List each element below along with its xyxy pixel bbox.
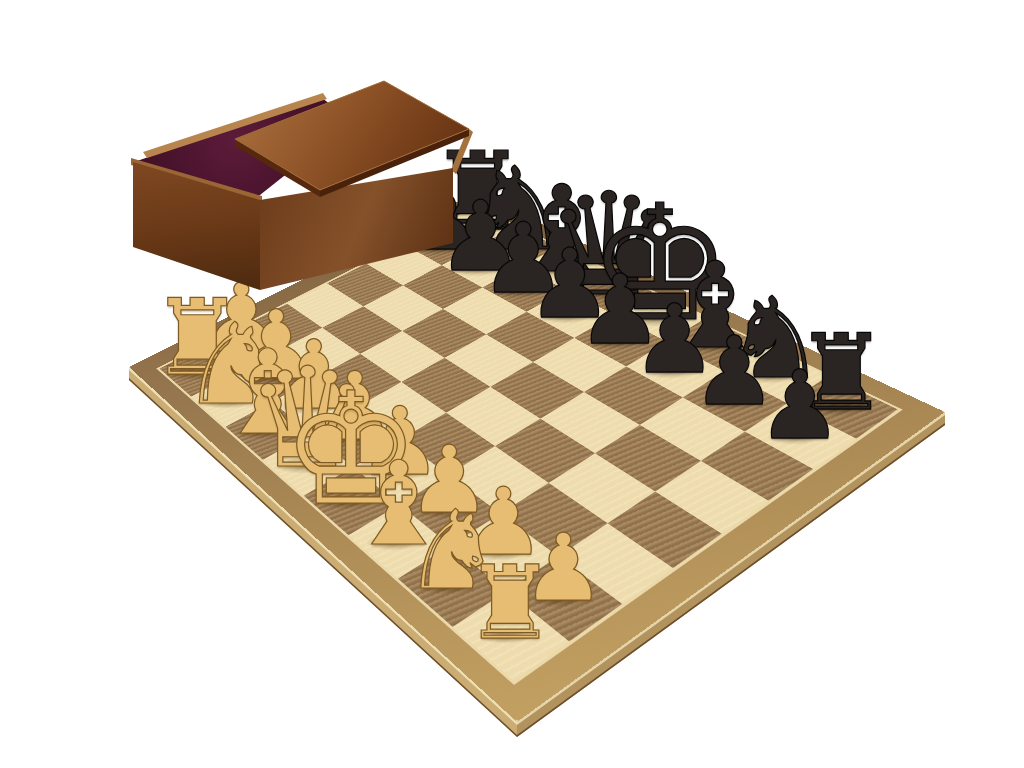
piece-white-king-e1: ♚ xyxy=(273,372,428,527)
piece-black-bishop-f8: ♝ xyxy=(656,247,775,366)
piece-shadow xyxy=(477,628,533,645)
piece-shadow xyxy=(366,465,423,482)
piece-white-pawn-a2: ♟ xyxy=(194,271,289,366)
piece-white-queen-d1: ♛ xyxy=(238,350,376,488)
product-photo-scene: ♜♞♟♝♟♛♟♚♟♝♟♞♟♟♜♟♟♜♟♟♞♟♝♟♛♟♚♟♝♟♞♜ xyxy=(0,0,1024,768)
piece-shadow xyxy=(321,430,379,447)
piece-black-rook-h8: ♜ xyxy=(789,321,894,426)
piece-black-pawn-b7: ♟ xyxy=(432,188,529,285)
piece-shadow xyxy=(766,429,824,446)
piece-black-pawn-a7: ♟ xyxy=(393,167,490,264)
pieces-layer: ♜♞♟♝♟♛♟♚♟♝♟♞♟♟♜♟♟♜♟♟♞♟♝♟♛♟♚♟♝♟♞♜ xyxy=(0,0,1024,768)
piece-shadow xyxy=(274,457,331,474)
piece-white-pawn-h2: ♟ xyxy=(517,522,610,615)
piece-shadow xyxy=(700,394,758,411)
piece-black-pawn-f7: ♟ xyxy=(627,292,722,387)
piece-black-knight-g8: ♞ xyxy=(720,282,832,394)
piece-shadow xyxy=(443,219,503,237)
piece-white-pawn-e2: ♟ xyxy=(353,395,447,489)
piece-shadow xyxy=(574,284,633,301)
piece-white-rook-a1: ♜ xyxy=(145,286,250,391)
piece-black-queen-d8: ♛ xyxy=(538,174,680,316)
piece-shadow xyxy=(641,362,699,379)
piece-shadow xyxy=(483,239,542,256)
piece-shadow xyxy=(280,398,338,415)
piece-black-bishop-c8: ♝ xyxy=(502,170,622,290)
piece-shadow xyxy=(625,310,684,327)
piece-black-knight-b8: ♞ xyxy=(461,152,576,267)
piece-shadow xyxy=(197,393,255,410)
piece-shadow xyxy=(406,238,465,255)
piece-white-pawn-f2: ♟ xyxy=(403,434,496,527)
piece-shadow xyxy=(234,423,292,440)
piece-shadow xyxy=(446,259,505,276)
piece-black-rook-a8: ♜ xyxy=(424,138,532,246)
piece-shadow xyxy=(527,261,586,278)
piece-black-pawn-d7: ♟ xyxy=(522,236,618,332)
piece-shadow xyxy=(470,545,527,562)
piece-white-rook-h1: ♜ xyxy=(459,552,561,654)
piece-shadow xyxy=(207,342,265,359)
piece-white-pawn-b2: ♟ xyxy=(229,298,324,393)
piece-shadow xyxy=(242,369,300,386)
piece-shadow xyxy=(164,364,222,381)
piece-shadow xyxy=(489,282,548,299)
piece-white-knight-b1: ♞ xyxy=(175,308,287,420)
piece-white-pawn-c2: ♟ xyxy=(266,328,361,423)
piece-white-knight-g1: ♞ xyxy=(397,496,506,605)
piece-shadow xyxy=(681,337,740,354)
piece-white-pawn-d2: ♟ xyxy=(308,360,402,454)
piece-black-pawn-e7: ♟ xyxy=(572,262,668,358)
piece-shadow xyxy=(808,400,866,417)
piece-shadow xyxy=(741,367,799,384)
piece-black-king-e8: ♚ xyxy=(580,184,740,344)
piece-black-pawn-g7: ♟ xyxy=(687,324,782,419)
piece-shadow xyxy=(586,333,645,350)
piece-shadow xyxy=(530,591,587,608)
piece-shadow xyxy=(365,534,422,551)
piece-white-bishop-f1: ♝ xyxy=(341,446,457,562)
piece-white-bishop-c1: ♝ xyxy=(209,334,326,451)
piece-black-pawn-c7: ♟ xyxy=(475,210,572,307)
piece-shadow xyxy=(416,503,473,520)
piece-shadow xyxy=(317,494,374,511)
piece-white-pawn-g2: ♟ xyxy=(457,476,550,569)
piece-shadow xyxy=(418,579,475,596)
piece-shadow xyxy=(536,307,595,324)
piece-black-pawn-h7: ♟ xyxy=(752,358,847,453)
